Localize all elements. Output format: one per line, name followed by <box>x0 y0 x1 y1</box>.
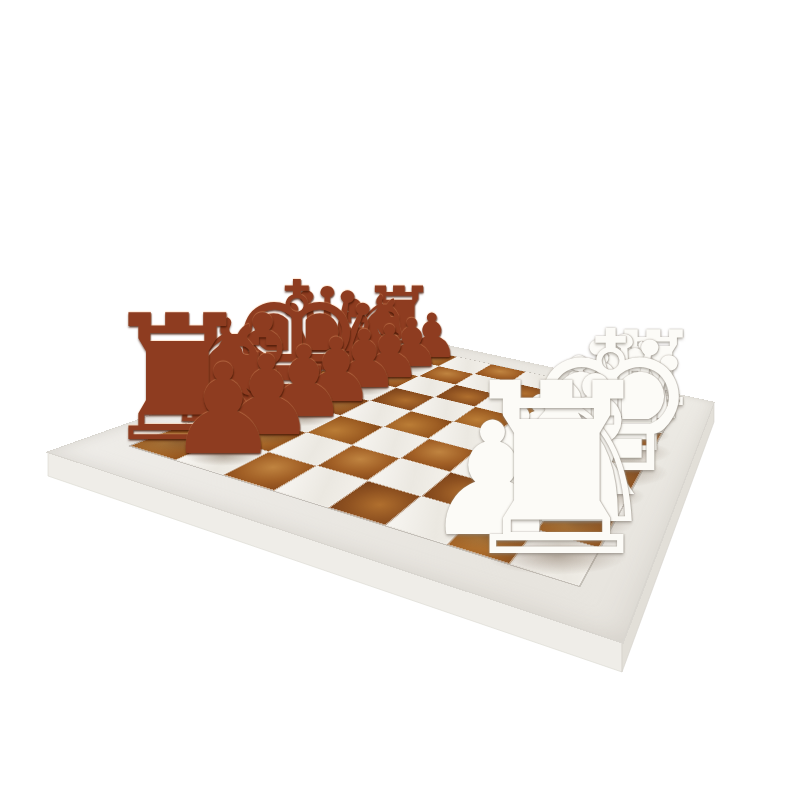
chess-set-photo: ♜♞♝♛♚♝♞♜♟♟♟♟♟♟♟♟♟♟♟♟♟♟♟♟♜♞♝♛♚♝♞♜ <box>0 0 800 800</box>
